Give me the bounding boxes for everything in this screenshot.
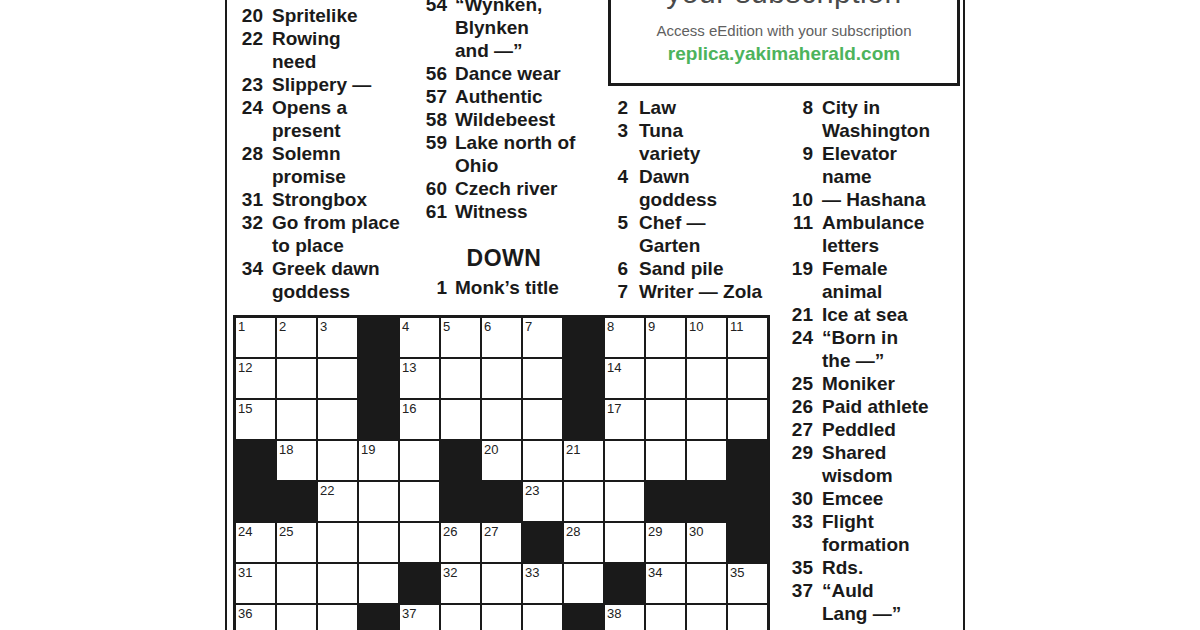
cell-number: 28 xyxy=(566,524,580,539)
grid-cell-black xyxy=(482,482,521,521)
clue-item: 20Spritelike xyxy=(237,4,419,27)
cell-number: 31 xyxy=(238,565,252,580)
clue-number: 8 xyxy=(788,96,813,119)
clue-item: 19Female animal xyxy=(788,257,962,303)
grid-cell[interactable]: 16 xyxy=(400,400,439,439)
clue-text: Chef — Garten xyxy=(639,211,706,257)
grid-cell[interactable] xyxy=(687,564,726,603)
cell-number: 17 xyxy=(607,401,621,416)
grid-cell[interactable] xyxy=(318,564,357,603)
grid-cell[interactable]: 36 xyxy=(236,605,275,630)
grid-cell[interactable] xyxy=(441,400,480,439)
clue-text: Elevator name xyxy=(822,142,897,188)
cell-number: 6 xyxy=(484,319,491,334)
clue-number: 9 xyxy=(788,142,813,165)
clue-text: Paid athlete xyxy=(822,395,929,418)
grid-cell[interactable]: 38 xyxy=(605,605,644,630)
cell-number: 1 xyxy=(238,319,245,334)
subscription-headline: your subscription xyxy=(611,0,957,11)
clue-number: 27 xyxy=(788,418,813,441)
clue-item: 54“Wynken, Blynken and —” xyxy=(420,0,600,62)
cell-number: 7 xyxy=(525,319,532,334)
grid-cell-black xyxy=(646,482,685,521)
grid-cell[interactable]: 21 xyxy=(564,441,603,480)
clue-item: 25Moniker xyxy=(788,372,962,395)
clue-text: Wildebeest xyxy=(455,108,555,131)
grid-cell-black xyxy=(728,482,767,521)
clue-text: Rowing need xyxy=(272,27,341,73)
clue-number: 23 xyxy=(237,73,263,96)
cell-number: 35 xyxy=(730,565,744,580)
grid-cell-black xyxy=(441,482,480,521)
down-section-header: DOWN xyxy=(420,245,588,271)
clue-item: 28Solemn promise xyxy=(237,142,419,188)
grid-cell-black xyxy=(564,359,603,398)
grid-cell[interactable]: 20 xyxy=(482,441,521,480)
grid-cell[interactable]: 4 xyxy=(400,318,439,357)
subscription-box: your subscription Access eEdition with y… xyxy=(608,0,960,86)
cell-number: 26 xyxy=(443,524,457,539)
clue-item: 37“Auld Lang —” xyxy=(788,579,962,625)
clue-number: 29 xyxy=(788,441,813,464)
grid-cell[interactable]: 24 xyxy=(236,523,275,562)
grid-cell[interactable]: 37 xyxy=(400,605,439,630)
clue-item: 61Witness xyxy=(420,200,600,223)
across-clues-column-2-list: 54“Wynken, Blynken and —”56Dance wear57A… xyxy=(420,0,600,223)
grid-cell[interactable]: 33 xyxy=(523,564,562,603)
clue-number: 32 xyxy=(237,211,263,234)
grid-cell[interactable] xyxy=(441,359,480,398)
clue-number: 11 xyxy=(788,211,813,234)
clue-text: Flight formation xyxy=(822,510,910,556)
cell-number: 5 xyxy=(443,319,450,334)
grid-cell[interactable] xyxy=(687,359,726,398)
grid-cell-black xyxy=(564,318,603,357)
cell-number: 29 xyxy=(648,524,662,539)
clue-number: 26 xyxy=(788,395,813,418)
clue-item: 59Lake north of Ohio xyxy=(420,131,600,177)
clue-item: 33Flight formation xyxy=(788,510,962,556)
grid-cell[interactable] xyxy=(318,400,357,439)
clue-number: 37 xyxy=(788,579,813,602)
grid-cell[interactable]: 34 xyxy=(646,564,685,603)
cell-number: 13 xyxy=(402,360,416,375)
grid-cell[interactable] xyxy=(605,482,644,521)
grid-cell[interactable]: 6 xyxy=(482,318,521,357)
across-clues-column-1: 20Spritelike22Rowing need23Slippery —24O… xyxy=(237,4,419,303)
clue-text: Authentic xyxy=(455,85,543,108)
clue-number: 58 xyxy=(420,108,447,131)
grid-cell[interactable] xyxy=(728,359,767,398)
clue-number: 59 xyxy=(420,131,447,154)
cell-number: 30 xyxy=(689,524,703,539)
clue-text: Peddled xyxy=(822,418,896,441)
clue-number: 60 xyxy=(420,177,447,200)
left-column-rule xyxy=(225,0,227,630)
grid-cell-black xyxy=(687,482,726,521)
cell-number: 2 xyxy=(279,319,286,334)
clue-text: Writer — Zola xyxy=(639,280,762,303)
cell-number: 14 xyxy=(607,360,621,375)
grid-cell[interactable] xyxy=(728,605,767,630)
grid-cell[interactable]: 28 xyxy=(564,523,603,562)
cell-number: 23 xyxy=(525,483,539,498)
down-clues-column-1: 2Law3Tuna variety4Dawn goddess5Chef — Ga… xyxy=(608,96,786,303)
grid-cell[interactable] xyxy=(646,359,685,398)
grid-cell[interactable] xyxy=(523,605,562,630)
grid-cell-black xyxy=(728,441,767,480)
grid-cell[interactable] xyxy=(277,400,316,439)
clue-number: 28 xyxy=(237,142,263,165)
cell-number: 11 xyxy=(730,319,744,334)
grid-cell[interactable] xyxy=(687,400,726,439)
clue-item: 56Dance wear xyxy=(420,62,600,85)
clue-number: 56 xyxy=(420,62,447,85)
grid-cell[interactable]: 10 xyxy=(687,318,726,357)
clue-item: 5Chef — Garten xyxy=(608,211,786,257)
clue-number: 6 xyxy=(608,257,628,280)
grid-cell[interactable] xyxy=(646,400,685,439)
cell-number: 37 xyxy=(402,606,416,621)
clue-number: 31 xyxy=(237,188,263,211)
grid-cell[interactable]: 8 xyxy=(605,318,644,357)
grid-cell[interactable] xyxy=(687,441,726,480)
clue-text: “Auld Lang —” xyxy=(822,579,901,625)
clue-item: 26Paid athlete xyxy=(788,395,962,418)
grid-cell[interactable]: 13 xyxy=(400,359,439,398)
grid-cell[interactable] xyxy=(564,482,603,521)
grid-cell[interactable] xyxy=(400,482,439,521)
grid-cell[interactable]: 9 xyxy=(646,318,685,357)
cell-number: 33 xyxy=(525,565,539,580)
clue-item: 24“Born in the —” xyxy=(788,326,962,372)
clue-item: 9Elevator name xyxy=(788,142,962,188)
clue-text: Solemn promise xyxy=(272,142,346,188)
clue-text: Spritelike xyxy=(272,4,358,27)
cell-number: 20 xyxy=(484,442,498,457)
grid-cell[interactable]: 11 xyxy=(728,318,767,357)
grid-cell[interactable] xyxy=(482,359,521,398)
grid-cell[interactable] xyxy=(318,359,357,398)
grid-cell-black xyxy=(359,605,398,630)
clue-text: Strongbox xyxy=(272,188,367,211)
clue-text: Monk’s title xyxy=(455,276,559,299)
clue-item: 31Strongbox xyxy=(237,188,419,211)
grid-cell[interactable]: 18 xyxy=(277,441,316,480)
cell-number: 8 xyxy=(607,319,614,334)
clue-item: 10— Hashana xyxy=(788,188,962,211)
cell-number: 22 xyxy=(320,483,334,498)
clue-item: 3Tuna variety xyxy=(608,119,786,165)
clue-item: 57Authentic xyxy=(420,85,600,108)
clue-text: “Wynken, Blynken and —” xyxy=(455,0,542,62)
right-column-rule xyxy=(963,0,965,630)
clue-number: 33 xyxy=(788,510,813,533)
grid-cell[interactable]: 15 xyxy=(236,400,275,439)
grid-cell[interactable]: 27 xyxy=(482,523,521,562)
cell-number: 36 xyxy=(238,606,252,621)
clue-number: 7 xyxy=(608,280,628,303)
clue-number: 20 xyxy=(237,4,263,27)
grid-cell-black xyxy=(728,523,767,562)
clue-number: 1 xyxy=(420,276,447,299)
clue-number: 4 xyxy=(608,165,628,188)
clue-text: Ice at sea xyxy=(822,303,908,326)
clue-number: 3 xyxy=(608,119,628,142)
clue-number: 57 xyxy=(420,85,447,108)
crossword-grid: 1234567891011121314151617181920212223242… xyxy=(233,315,770,630)
grid-cell[interactable] xyxy=(646,441,685,480)
clue-item: 22Rowing need xyxy=(237,27,419,73)
cell-number: 25 xyxy=(279,524,293,539)
cell-number: 15 xyxy=(238,401,252,416)
clue-item: 1Monk’s title xyxy=(420,276,600,299)
grid-cell[interactable] xyxy=(400,523,439,562)
grid-cell[interactable] xyxy=(318,441,357,480)
clue-item: 30Emcee xyxy=(788,487,962,510)
clue-item: 11Ambulance letters xyxy=(788,211,962,257)
clue-item: 23Slippery — xyxy=(237,73,419,96)
grid-cell[interactable]: 17 xyxy=(605,400,644,439)
grid-cell[interactable] xyxy=(523,400,562,439)
cell-number: 24 xyxy=(238,524,252,539)
clue-item: 32Go from place to place xyxy=(237,211,419,257)
clue-text: Emcee xyxy=(822,487,883,510)
grid-cell[interactable] xyxy=(646,605,685,630)
cell-number: 32 xyxy=(443,565,457,580)
grid-cell[interactable]: 12 xyxy=(236,359,275,398)
grid-cell-black xyxy=(523,523,562,562)
grid-cell-black xyxy=(277,482,316,521)
grid-cell[interactable]: 5 xyxy=(441,318,480,357)
clue-item: 21Ice at sea xyxy=(788,303,962,326)
grid-cell-black xyxy=(441,441,480,480)
clue-number: 10 xyxy=(788,188,813,211)
grid-cell[interactable] xyxy=(277,605,316,630)
grid-cell[interactable]: 7 xyxy=(523,318,562,357)
grid-cell[interactable]: 30 xyxy=(687,523,726,562)
clue-text: Law xyxy=(639,96,676,119)
cell-number: 18 xyxy=(279,442,293,457)
clue-text: Ambulance letters xyxy=(822,211,924,257)
clue-item: 4Dawn goddess xyxy=(608,165,786,211)
clue-item: 7Writer — Zola xyxy=(608,280,786,303)
grid-cell[interactable]: 25 xyxy=(277,523,316,562)
clue-item: 34Greek dawn goddess xyxy=(237,257,419,303)
grid-cell[interactable] xyxy=(318,605,357,630)
down-clue-1-list: 1Monk’s title xyxy=(420,276,600,299)
grid-cell-black xyxy=(400,564,439,603)
cell-number: 10 xyxy=(689,319,703,334)
clue-text: “Born in the —” xyxy=(822,326,898,372)
subscription-url-link[interactable]: replica.yakimaherald.com xyxy=(611,43,957,65)
grid-cell[interactable] xyxy=(728,400,767,439)
clue-text: Dance wear xyxy=(455,62,561,85)
clue-number: 34 xyxy=(237,257,263,280)
clue-text: Czech river xyxy=(455,177,557,200)
grid-cell[interactable]: 19 xyxy=(359,441,398,480)
grid-cell-black xyxy=(236,441,275,480)
grid-cell[interactable] xyxy=(605,441,644,480)
subscription-access-text: Access eEdition with your subscription xyxy=(611,21,957,41)
grid-cell-black xyxy=(564,400,603,439)
clue-item: 58Wildebeest xyxy=(420,108,600,131)
grid-cell[interactable] xyxy=(523,359,562,398)
grid-cell[interactable] xyxy=(687,605,726,630)
clue-text: — Hashana xyxy=(822,188,925,211)
clue-number: 24 xyxy=(237,96,263,119)
grid-cell-black xyxy=(359,318,398,357)
clue-text: Witness xyxy=(455,200,528,223)
clue-number: 2 xyxy=(608,96,628,119)
clue-text: Sand pile xyxy=(639,257,723,280)
grid-cell[interactable] xyxy=(318,523,357,562)
grid-cell[interactable]: 26 xyxy=(441,523,480,562)
grid-cell[interactable] xyxy=(359,482,398,521)
grid-cell[interactable]: 14 xyxy=(605,359,644,398)
grid-cell-black xyxy=(236,482,275,521)
clue-item: 35Rds. xyxy=(788,556,962,579)
cell-number: 38 xyxy=(607,606,621,621)
cell-number: 16 xyxy=(402,401,416,416)
grid-cell[interactable] xyxy=(482,605,521,630)
clue-text: Greek dawn goddess xyxy=(272,257,380,303)
grid-cell[interactable] xyxy=(482,400,521,439)
grid-cell[interactable]: 2 xyxy=(277,318,316,357)
grid-cell[interactable] xyxy=(277,564,316,603)
clue-text: Go from place to place xyxy=(272,211,400,257)
grid-cell[interactable]: 29 xyxy=(646,523,685,562)
clue-text: Dawn goddess xyxy=(639,165,717,211)
grid-cell[interactable] xyxy=(523,441,562,480)
clue-item: 27Peddled xyxy=(788,418,962,441)
grid-cell-black xyxy=(564,605,603,630)
clue-text: City in Washington xyxy=(822,96,930,142)
clue-number: 30 xyxy=(788,487,813,510)
clue-text: Opens a present xyxy=(272,96,347,142)
grid-cell[interactable]: 1 xyxy=(236,318,275,357)
clue-item: 24Opens a present xyxy=(237,96,419,142)
cell-number: 3 xyxy=(320,319,327,334)
clue-number: 22 xyxy=(237,27,263,50)
clue-number: 54 xyxy=(420,0,447,16)
clue-number: 25 xyxy=(788,372,813,395)
clue-item: 60Czech river xyxy=(420,177,600,200)
grid-cell[interactable] xyxy=(400,441,439,480)
grid-cell-black xyxy=(605,564,644,603)
down-clues-column-2: 8City in Washington9Elevator name10— Has… xyxy=(788,96,962,625)
grid-cell[interactable]: 31 xyxy=(236,564,275,603)
grid-cell[interactable] xyxy=(482,564,521,603)
clue-text: Tuna variety xyxy=(639,119,700,165)
clue-item: 6Sand pile xyxy=(608,257,786,280)
clue-number: 5 xyxy=(608,211,628,234)
clue-number: 24 xyxy=(788,326,813,349)
clue-item: 2Law xyxy=(608,96,786,119)
clue-number: 35 xyxy=(788,556,813,579)
grid-cell[interactable]: 35 xyxy=(728,564,767,603)
cell-number: 12 xyxy=(238,360,252,375)
clue-text: Shared wisdom xyxy=(822,441,893,487)
grid-cell[interactable]: 23 xyxy=(523,482,562,521)
cell-number: 4 xyxy=(402,319,409,334)
grid-cell[interactable] xyxy=(277,359,316,398)
grid-cell-black xyxy=(359,400,398,439)
clue-text: Moniker xyxy=(822,372,895,395)
clue-text: Slippery — xyxy=(272,73,371,96)
clue-number: 21 xyxy=(788,303,813,326)
clue-text: Lake north of Ohio xyxy=(455,131,575,177)
grid-cell[interactable] xyxy=(359,523,398,562)
cell-number: 27 xyxy=(484,524,498,539)
grid-cell[interactable]: 32 xyxy=(441,564,480,603)
across-clues-column-2: 54“Wynken, Blynken and —”56Dance wear57A… xyxy=(420,0,600,299)
clue-text: Female animal xyxy=(822,257,887,303)
cell-number: 34 xyxy=(648,565,662,580)
cell-number: 19 xyxy=(361,442,375,457)
grid-cell[interactable] xyxy=(564,564,603,603)
clue-text: Rds. xyxy=(822,556,863,579)
grid-cell[interactable] xyxy=(359,564,398,603)
crossword-page: your subscription Access eEdition with y… xyxy=(0,0,1200,630)
grid-cell[interactable] xyxy=(605,523,644,562)
grid-cell-black xyxy=(359,359,398,398)
clue-item: 8City in Washington xyxy=(788,96,962,142)
grid-cell[interactable]: 22 xyxy=(318,482,357,521)
clue-number: 61 xyxy=(420,200,447,223)
cell-number: 21 xyxy=(566,442,580,457)
grid-cell[interactable] xyxy=(441,605,480,630)
grid-cell[interactable]: 3 xyxy=(318,318,357,357)
clue-item: 29Shared wisdom xyxy=(788,441,962,487)
clue-number: 19 xyxy=(788,257,813,280)
cell-number: 9 xyxy=(648,319,655,334)
